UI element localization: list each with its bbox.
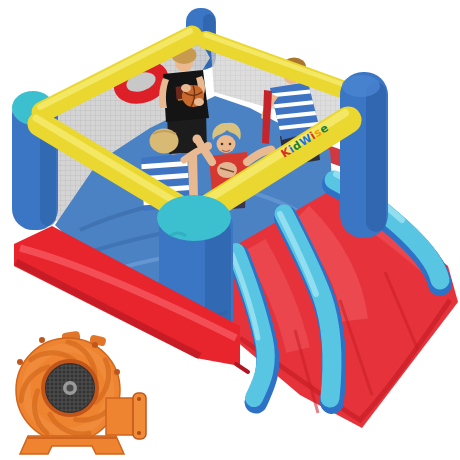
- blower-outlet: [106, 393, 146, 439]
- product-photo: KidWise: [0, 0, 460, 460]
- corner-post-front-right: [340, 72, 388, 238]
- image-canvas: KidWise: [0, 0, 460, 460]
- blower-intake-mesh: [43, 361, 97, 415]
